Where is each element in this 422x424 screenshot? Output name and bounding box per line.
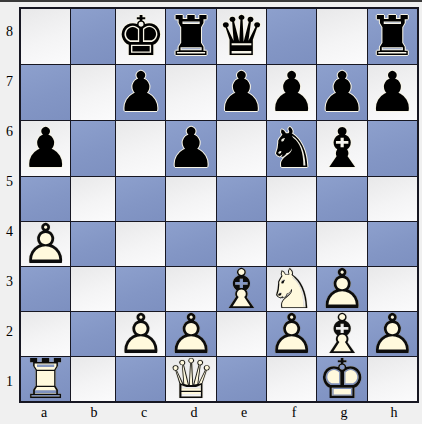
rank-label-8: 8 [0,7,19,57]
square-h1[interactable] [368,357,417,401]
file-label-d: d [169,402,219,423]
square-f8[interactable] [267,9,316,64]
square-d1[interactable]: ♛♕ [166,357,215,401]
black-knight-icon[interactable]: ♞ [267,121,316,176]
square-g6[interactable]: ♝ [317,121,366,176]
file-label-g: g [319,402,369,423]
black-pawn-icon[interactable]: ♟ [217,65,266,120]
white-pawn-icon-outline: ♙ [21,222,70,266]
square-b1[interactable] [71,357,115,401]
square-h5[interactable] [368,177,417,221]
rank-labels: 87654321 [0,7,19,407]
file-label-f: f [269,402,319,423]
square-d8[interactable]: ♜ [166,9,215,64]
white-king-icon-outline: ♔ [317,357,366,401]
white-bishop-icon[interactable]: ♝♗ [217,267,266,311]
square-a1[interactable]: ♜♖ [21,357,70,401]
square-g5[interactable] [317,177,366,221]
white-rook-icon[interactable]: ♜♖ [21,357,70,401]
square-e6[interactable] [217,121,266,176]
white-pawn-icon[interactable]: ♟♙ [116,312,165,356]
black-pawn-icon[interactable]: ♟ [267,65,316,120]
square-e3[interactable]: ♝♗ [217,267,266,311]
black-pawn-icon[interactable]: ♟ [368,65,417,120]
square-g7[interactable]: ♟ [317,65,366,120]
square-e8[interactable]: ♛ [217,9,266,64]
square-b2[interactable] [71,312,115,356]
black-pawn-icon[interactable]: ♟ [317,65,366,120]
square-c2[interactable]: ♟♙ [116,312,165,356]
square-h4[interactable] [368,222,417,266]
white-pawn-icon[interactable]: ♟♙ [21,222,70,266]
file-label-b: b [69,402,119,423]
black-queen-icon[interactable]: ♛ [217,9,266,64]
rank-label-7: 7 [0,57,19,107]
square-b7[interactable] [71,65,115,120]
square-b3[interactable] [71,267,115,311]
square-c1[interactable] [116,357,165,401]
square-c4[interactable] [116,222,165,266]
square-c7[interactable]: ♟ [116,65,165,120]
square-h2[interactable]: ♟♙ [368,312,417,356]
file-label-c: c [119,402,169,423]
rank-label-3: 3 [0,257,19,307]
square-a7[interactable] [21,65,70,120]
square-f2[interactable]: ♟♙ [267,312,316,356]
white-pawn-icon-outline: ♙ [116,312,165,356]
square-b6[interactable] [71,121,115,176]
square-f5[interactable] [267,177,316,221]
black-bishop-icon[interactable]: ♝ [317,121,366,176]
white-rook-icon-outline: ♖ [21,357,70,401]
rank-label-4: 4 [0,207,19,257]
white-king-icon[interactable]: ♚♔ [317,357,366,401]
square-c5[interactable] [116,177,165,221]
white-pawn-icon-outline: ♙ [267,312,316,356]
file-labels: abcdefgh [19,402,419,423]
square-e2[interactable] [217,312,266,356]
square-a8[interactable] [21,9,70,64]
black-king-icon[interactable]: ♚ [116,9,165,64]
window-top-border [0,0,422,2]
chess-board: ♚♜♛♜♟♟♟♟♟♟♟♞♝♟♙♝♗♞♘♟♙♟♙♟♙♟♙♝♗♟♙♜♖♛♕♚♔ [19,7,419,403]
square-b8[interactable] [71,9,115,64]
white-queen-icon-outline: ♕ [166,357,215,401]
file-label-a: a [19,402,69,423]
white-pawn-icon-outline: ♙ [368,312,417,356]
rank-label-5: 5 [0,157,19,207]
white-pawn-icon[interactable]: ♟♙ [368,312,417,356]
black-pawn-icon[interactable]: ♟ [116,65,165,120]
square-d7[interactable] [166,65,215,120]
black-pawn-icon[interactable]: ♟ [166,121,215,176]
square-g8[interactable] [317,9,366,64]
white-pawn-icon[interactable]: ♟♙ [267,312,316,356]
square-f6[interactable]: ♞ [267,121,316,176]
square-e7[interactable]: ♟ [217,65,266,120]
chess-diagram-window: 87654321 ♚♜♛♜♟♟♟♟♟♟♟♞♝♟♙♝♗♞♘♟♙♟♙♟♙♟♙♝♗♟♙… [0,0,422,424]
square-e1[interactable] [217,357,266,401]
file-label-h: h [369,402,419,423]
square-b5[interactable] [71,177,115,221]
rank-label-2: 2 [0,307,19,357]
square-c8[interactable]: ♚ [116,9,165,64]
file-label-e: e [219,402,269,423]
square-d6[interactable]: ♟ [166,121,215,176]
square-a3[interactable] [21,267,70,311]
square-a4[interactable]: ♟♙ [21,222,70,266]
square-f7[interactable]: ♟ [267,65,316,120]
square-e5[interactable] [217,177,266,221]
square-b4[interactable] [71,222,115,266]
white-queen-icon[interactable]: ♛♕ [166,357,215,401]
square-g1[interactable]: ♚♔ [317,357,366,401]
white-bishop-icon-outline: ♗ [217,267,266,311]
square-c6[interactable] [116,121,165,176]
black-rook-icon[interactable]: ♜ [166,9,215,64]
square-a6[interactable]: ♟ [21,121,70,176]
square-h6[interactable] [368,121,417,176]
black-pawn-icon[interactable]: ♟ [21,121,70,176]
square-f1[interactable] [267,357,316,401]
black-rook-icon[interactable]: ♜ [368,9,417,64]
rank-label-6: 6 [0,107,19,157]
square-d5[interactable] [166,177,215,221]
square-d4[interactable] [166,222,215,266]
square-h8[interactable]: ♜ [368,9,417,64]
rank-label-1: 1 [0,357,19,407]
square-h7[interactable]: ♟ [368,65,417,120]
